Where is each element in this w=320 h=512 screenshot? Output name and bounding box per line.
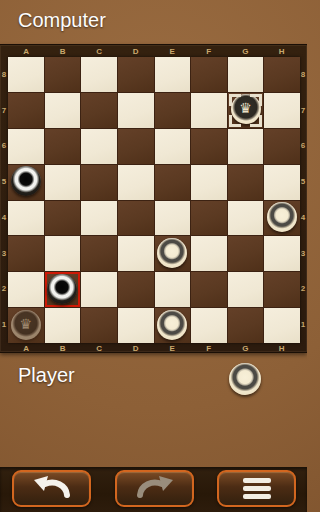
app-background: { "game": "checkers", "header": { "title… [0,0,307,512]
cell-c8[interactable] [81,57,117,92]
cell-c3[interactable] [81,236,117,271]
hamburger-menu-icon [243,478,271,499]
board-label-3: 3 [0,236,8,272]
cell-a4[interactable] [8,201,44,236]
board-grid [8,57,300,343]
cell-g7[interactable] [228,93,264,128]
board-frame: ABCDEFGH 87654321 87654321 ABCDEFGH [0,44,307,353]
cell-a8[interactable] [8,57,44,92]
cell-h7[interactable] [264,93,300,128]
cell-a3[interactable] [8,236,44,271]
board-label-g: G [227,343,264,354]
redo-arrow-icon [134,474,176,503]
board-label-2: 2 [299,272,307,308]
column-labels-top: ABCDEFGH [8,46,300,57]
board-label-d: D [118,343,155,354]
menu-button[interactable] [217,470,296,507]
cell-h2[interactable] [264,272,300,307]
white-man-piece[interactable] [157,238,187,268]
white-man-piece[interactable] [267,202,297,232]
cell-b5[interactable] [45,165,81,200]
board-label-6: 6 [0,129,8,165]
cell-c2[interactable] [81,272,117,307]
cell-g2[interactable] [228,272,264,307]
bottom-toolbar [0,467,307,512]
cell-f6[interactable] [191,129,227,164]
turn-indicator-white-man-icon [229,363,261,395]
cell-b1[interactable] [45,308,81,343]
undo-arrow-icon [31,474,73,503]
board-label-h: H [264,343,301,354]
player-label: Player [18,362,75,388]
board-label-7: 7 [299,93,307,129]
black-man-piece[interactable] [11,166,41,196]
white-king-piece[interactable] [231,94,261,124]
cell-e3[interactable] [155,236,191,271]
cell-b4[interactable] [45,201,81,236]
cell-e1[interactable] [155,308,191,343]
redo-button[interactable] [115,470,194,507]
board-label-8: 8 [0,57,8,93]
cell-e6[interactable] [155,129,191,164]
cell-g4[interactable] [228,201,264,236]
cell-d5[interactable] [118,165,154,200]
cell-a1[interactable] [8,308,44,343]
cell-g6[interactable] [228,129,264,164]
board-label-c: C [81,343,118,354]
row-labels-right: 87654321 [299,57,307,343]
board-label-d: D [118,46,155,57]
opponent-label: Computer [18,7,106,33]
cell-d8[interactable] [118,57,154,92]
board-label-e: E [154,343,191,354]
board-label-5: 5 [0,164,8,200]
cell-h8[interactable] [264,57,300,92]
cell-h6[interactable] [264,129,300,164]
cell-a7[interactable] [8,93,44,128]
cell-g1[interactable] [228,308,264,343]
cell-e7[interactable] [155,93,191,128]
board-label-7: 7 [0,93,8,129]
cell-c7[interactable] [81,93,117,128]
cell-b7[interactable] [45,93,81,128]
board-label-8: 8 [299,57,307,93]
cell-h5[interactable] [264,165,300,200]
cell-c1[interactable] [81,308,117,343]
cell-c6[interactable] [81,129,117,164]
cell-e4[interactable] [155,201,191,236]
row-labels-left: 87654321 [0,57,8,343]
cell-f1[interactable] [191,308,227,343]
ghost-white-king-piece[interactable] [11,310,41,340]
board-label-6: 6 [299,129,307,165]
cell-h1[interactable] [264,308,300,343]
cell-a2[interactable] [8,272,44,307]
cell-f4[interactable] [191,201,227,236]
cell-g5[interactable] [228,165,264,200]
cell-f8[interactable] [191,57,227,92]
cell-f7[interactable] [191,93,227,128]
board-label-a: A [8,46,45,57]
column-labels-bottom: ABCDEFGH [8,343,300,354]
cell-a5[interactable] [8,165,44,200]
cell-d6[interactable] [118,129,154,164]
cell-b2[interactable] [45,272,81,307]
undo-button[interactable] [12,470,91,507]
cell-c5[interactable] [81,165,117,200]
board-label-e: E [154,46,191,57]
board-label-h: H [264,46,301,57]
board-label-4: 4 [0,200,8,236]
board-label-b: B [45,343,82,354]
cell-d1[interactable] [118,308,154,343]
board-label-4: 4 [299,200,307,236]
board-label-g: G [227,46,264,57]
cell-e5[interactable] [155,165,191,200]
cell-g8[interactable] [228,57,264,92]
cell-f5[interactable] [191,165,227,200]
cell-d4[interactable] [118,201,154,236]
board-label-3: 3 [299,236,307,272]
cell-h3[interactable] [264,236,300,271]
cell-d3[interactable] [118,236,154,271]
cell-h4[interactable] [264,201,300,236]
board-label-1: 1 [299,307,307,343]
cell-e2[interactable] [155,272,191,307]
cell-a6[interactable] [8,129,44,164]
board-label-5: 5 [299,164,307,200]
black-man-piece[interactable] [47,274,77,304]
board-label-a: A [8,343,45,354]
cell-b3[interactable] [45,236,81,271]
board-label-c: C [81,46,118,57]
board-label-f: F [191,343,228,354]
white-man-piece[interactable] [157,310,187,340]
board-label-b: B [45,46,82,57]
cell-f3[interactable] [191,236,227,271]
cell-b6[interactable] [45,129,81,164]
cell-c4[interactable] [81,201,117,236]
board-label-f: F [191,46,228,57]
board-label-1: 1 [0,307,8,343]
cell-b8[interactable] [45,57,81,92]
cell-d7[interactable] [118,93,154,128]
cell-d2[interactable] [118,272,154,307]
cell-g3[interactable] [228,236,264,271]
cell-f2[interactable] [191,272,227,307]
cell-e8[interactable] [155,57,191,92]
board-label-2: 2 [0,272,8,308]
